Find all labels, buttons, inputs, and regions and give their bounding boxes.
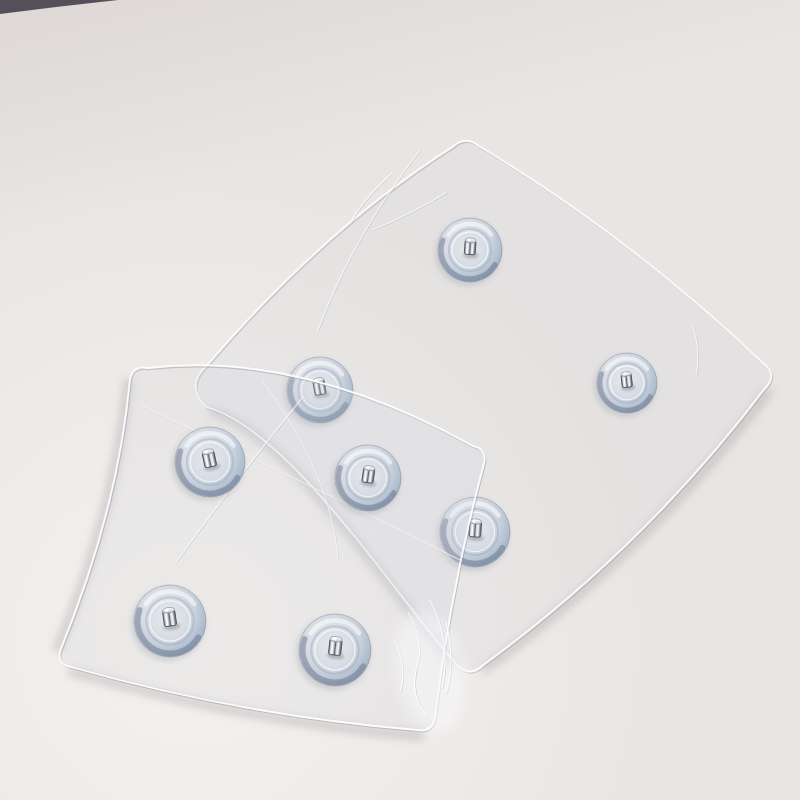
photo-canvas [0, 0, 800, 800]
product-photo: Two overlapping transparent square PVC p… [0, 0, 800, 800]
